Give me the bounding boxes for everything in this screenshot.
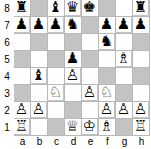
piece-tile-a8: ♜	[14, 0, 29, 15]
square-b2[interactable]: ♙	[31, 102, 48, 119]
rank-label-6: 6	[0, 34, 14, 51]
piece-tile-d7: ♞	[65, 17, 80, 32]
square-e1[interactable]: ♔	[82, 119, 99, 136]
piece-tile-e3: ♙	[82, 85, 97, 100]
square-d3[interactable]	[65, 85, 82, 102]
file-label-g: g	[116, 136, 133, 149]
file-label-b: b	[31, 136, 48, 149]
rank-label-7: 7	[0, 17, 14, 34]
file-label-a: a	[14, 136, 31, 149]
piece-tile-d5: ♟	[65, 51, 80, 66]
file-labels: abcdefgh	[14, 136, 150, 149]
square-e3[interactable]: ♙	[82, 85, 99, 102]
piece-black-knight[interactable]: ♞	[66, 17, 79, 32]
piece-tile-e8: ♚	[82, 0, 97, 15]
piece-tile-b7: ♟	[31, 17, 46, 32]
piece-black-pawn[interactable]: ♟	[134, 17, 147, 32]
file-label-h: h	[133, 136, 150, 149]
piece-black-rook[interactable]: ♜	[15, 0, 28, 15]
piece-white-rook[interactable]: ♖	[15, 119, 28, 134]
piece-tile-c7: ♟	[48, 17, 63, 32]
square-c3[interactable]: ♘	[48, 85, 65, 102]
square-g1[interactable]	[116, 119, 133, 136]
square-a1[interactable]: ♖	[14, 119, 31, 136]
piece-white-king[interactable]: ♔	[83, 119, 96, 134]
square-c6[interactable]	[48, 34, 65, 51]
corner-spacer	[0, 136, 14, 149]
chess-board[interactable]: ♜♝♛♚♜♟♟♟♞♟♟♟♞♟♗♝♙♘♙♘♙♙♙♙♙♖♕♔♗♖	[14, 0, 150, 136]
piece-black-rook[interactable]: ♜	[134, 0, 147, 15]
square-b1[interactable]	[31, 119, 48, 136]
piece-black-bishop[interactable]: ♝	[32, 68, 45, 83]
piece-white-pawn[interactable]: ♙	[100, 102, 113, 117]
piece-tile-g5: ♗	[116, 51, 131, 66]
piece-tile-h8: ♜	[133, 0, 148, 15]
piece-tile-g2: ♙	[116, 102, 131, 117]
square-f1[interactable]: ♗	[99, 119, 116, 136]
piece-tile-g7: ♟	[116, 17, 131, 32]
rank-label-3: 3	[0, 85, 14, 102]
piece-tile-f1: ♗	[99, 119, 114, 134]
piece-white-knight[interactable]: ♘	[100, 85, 113, 100]
square-e6[interactable]	[82, 34, 99, 51]
rank-labels: 87654321	[0, 0, 14, 136]
piece-tile-b4: ♝	[31, 68, 46, 83]
square-h4[interactable]	[133, 68, 150, 85]
square-d7[interactable]: ♞	[65, 17, 82, 34]
square-g5[interactable]: ♗	[116, 51, 133, 68]
piece-white-pawn[interactable]: ♙	[134, 102, 147, 117]
piece-black-pawn[interactable]: ♟	[100, 17, 113, 32]
square-h1[interactable]: ♖	[133, 119, 150, 136]
piece-black-bishop[interactable]: ♝	[49, 0, 62, 15]
square-g4[interactable]	[116, 68, 133, 85]
rank-label-5: 5	[0, 51, 14, 68]
piece-tile-b2: ♙	[31, 102, 46, 117]
square-c7[interactable]: ♟	[48, 17, 65, 34]
square-g2[interactable]: ♙	[116, 102, 133, 119]
piece-black-queen[interactable]: ♛	[66, 0, 79, 15]
square-g7[interactable]: ♟	[116, 17, 133, 34]
piece-tile-f2: ♙	[99, 102, 114, 117]
square-b4[interactable]: ♝	[31, 68, 48, 85]
piece-tile-a2: ♙	[14, 102, 29, 117]
piece-tile-h1: ♖	[133, 119, 148, 134]
piece-white-bishop[interactable]: ♗	[100, 119, 113, 134]
piece-black-king[interactable]: ♚	[83, 0, 96, 15]
piece-tile-c3: ♘	[48, 85, 63, 100]
square-f6[interactable]: ♞	[99, 34, 116, 51]
piece-tile-f6: ♞	[99, 34, 114, 49]
piece-white-pawn[interactable]: ♙	[32, 102, 45, 117]
piece-tile-a1: ♖	[14, 119, 29, 134]
square-b7[interactable]: ♟	[31, 17, 48, 34]
square-e5[interactable]	[82, 51, 99, 68]
square-h7[interactable]: ♟	[133, 17, 150, 34]
square-c1[interactable]	[48, 119, 65, 136]
piece-tile-e1: ♔	[82, 119, 97, 134]
rank-label-8: 8	[0, 0, 14, 17]
piece-white-pawn[interactable]: ♙	[117, 102, 130, 117]
square-c5[interactable]	[48, 51, 65, 68]
piece-tile-f3: ♘	[99, 85, 114, 100]
square-d1[interactable]: ♕	[65, 119, 82, 136]
square-a5[interactable]	[14, 51, 31, 68]
piece-black-pawn[interactable]: ♟	[15, 17, 28, 32]
piece-tile-d4: ♙	[65, 68, 80, 83]
piece-tile-c8: ♝	[48, 0, 63, 15]
piece-tile-h7: ♟	[133, 17, 148, 32]
square-c2[interactable]	[48, 102, 65, 119]
square-a6[interactable]	[14, 34, 31, 51]
piece-tile-h2: ♙	[133, 102, 148, 117]
square-e7[interactable]	[82, 17, 99, 34]
chess-diagram: 87654321 ♜♝♛♚♜♟♟♟♞♟♟♟♞♟♗♝♙♘♙♘♙♙♙♙♙♖♕♔♗♖ …	[0, 0, 151, 149]
rank-label-1: 1	[0, 119, 14, 136]
piece-white-pawn[interactable]: ♙	[15, 102, 28, 117]
piece-black-pawn[interactable]: ♟	[49, 17, 62, 32]
piece-white-pawn[interactable]: ♙	[83, 85, 96, 100]
square-b6[interactable]	[31, 34, 48, 51]
piece-white-knight[interactable]: ♘	[49, 85, 62, 100]
piece-white-rook[interactable]: ♖	[134, 119, 147, 134]
square-e8[interactable]: ♚	[82, 0, 99, 17]
piece-white-bishop[interactable]: ♗	[117, 51, 130, 66]
piece-white-queen[interactable]: ♕	[66, 119, 79, 134]
square-a4[interactable]	[14, 68, 31, 85]
piece-tile-a7: ♟	[14, 17, 29, 32]
piece-tile-d1: ♕	[65, 119, 80, 134]
piece-tile-d8: ♛	[65, 0, 80, 15]
piece-tile-f7: ♟	[99, 17, 114, 32]
piece-black-pawn[interactable]: ♟	[32, 17, 45, 32]
square-f5[interactable]	[99, 51, 116, 68]
file-label-c: c	[48, 136, 65, 149]
piece-black-pawn[interactable]: ♟	[117, 17, 130, 32]
file-label-f: f	[99, 136, 116, 149]
square-h6[interactable]	[133, 34, 150, 51]
square-a7[interactable]: ♟	[14, 17, 31, 34]
file-label-e: e	[82, 136, 99, 149]
square-d4[interactable]: ♙	[65, 68, 82, 85]
piece-black-knight[interactable]: ♞	[100, 34, 113, 49]
piece-white-pawn[interactable]: ♙	[66, 68, 79, 83]
square-h5[interactable]	[133, 51, 150, 68]
file-label-d: d	[65, 136, 82, 149]
piece-black-pawn[interactable]: ♟	[66, 51, 79, 66]
rank-label-2: 2	[0, 102, 14, 119]
rank-label-4: 4	[0, 68, 14, 85]
